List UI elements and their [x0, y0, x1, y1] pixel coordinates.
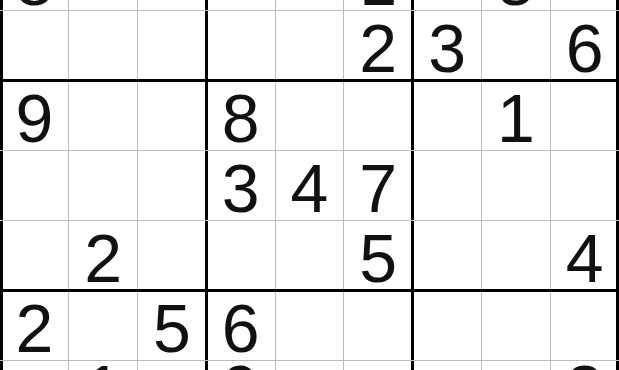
grid-line-vertical — [481, 0, 482, 370]
cell-r6c5[interactable] — [275, 220, 344, 290]
cell-r5c3[interactable] — [138, 150, 207, 220]
cell-r7c2[interactable] — [69, 290, 138, 360]
digit-r5c4: 3 — [206, 153, 275, 223]
cell-r7c1[interactable]: 2 — [0, 290, 69, 360]
cell-r5c4[interactable]: 3 — [206, 150, 275, 220]
grid-line-vertical — [137, 0, 138, 370]
digit-r6c2: 2 — [69, 223, 138, 293]
grid-line-vertical-thick — [0, 0, 3, 370]
grid-line-horizontal — [0, 360, 619, 361]
cell-r4c8[interactable]: 1 — [481, 80, 550, 150]
cell-r4c7[interactable] — [413, 80, 482, 150]
grid-line-vertical — [550, 0, 551, 370]
digit-r4c8: 1 — [481, 83, 550, 153]
cell-r2c7[interactable] — [413, 0, 482, 10]
cell-r6c3[interactable] — [138, 220, 207, 290]
cell-r7c6[interactable] — [344, 290, 413, 360]
cell-r3c6[interactable]: 2 — [344, 10, 413, 80]
cell-r7c5[interactable] — [275, 290, 344, 360]
cell-r3c2[interactable] — [69, 10, 138, 80]
cell-r8c8[interactable] — [481, 360, 550, 370]
cell-r8c2[interactable]: 1 — [69, 360, 138, 370]
cell-r5c8[interactable] — [481, 150, 550, 220]
digit-r4c4: 8 — [206, 83, 275, 153]
cell-r6c8[interactable] — [481, 220, 550, 290]
grid-line-vertical — [68, 0, 69, 370]
grid-line-vertical — [343, 0, 344, 370]
cell-r5c1[interactable] — [0, 150, 69, 220]
grid-line-vertical-thick — [411, 0, 414, 370]
sudoku-board: 815236981347254256193 — [0, 0, 619, 370]
grid-line-vertical — [275, 0, 276, 370]
grid-line-horizontal-thick — [0, 79, 619, 82]
digit-r3c9: 6 — [550, 13, 619, 83]
grid-line-horizontal — [0, 220, 619, 221]
cell-r3c1[interactable] — [0, 10, 69, 80]
cell-r3c5[interactable] — [275, 10, 344, 80]
cell-r8c1[interactable] — [0, 360, 69, 370]
cell-r4c4[interactable]: 8 — [206, 80, 275, 150]
cell-r8c7[interactable] — [413, 360, 482, 370]
cell-r8c5[interactable] — [275, 360, 344, 370]
cell-r4c3[interactable] — [138, 80, 207, 150]
cell-r7c8[interactable] — [481, 290, 550, 360]
cell-r5c7[interactable] — [413, 150, 482, 220]
cell-r4c9[interactable] — [550, 80, 619, 150]
cell-r2c3[interactable] — [138, 0, 207, 10]
cell-r3c9[interactable]: 6 — [550, 10, 619, 80]
cell-r2c1[interactable]: 8 — [0, 0, 69, 10]
cell-r2c4[interactable] — [206, 0, 275, 10]
digit-r5c5: 4 — [275, 153, 344, 223]
cell-r6c7[interactable] — [413, 220, 482, 290]
cell-r8c4[interactable]: 9 — [206, 360, 275, 370]
cell-r2c2[interactable] — [69, 0, 138, 10]
grid-line-horizontal-thick — [0, 289, 619, 292]
cell-r2c6[interactable]: 1 — [344, 0, 413, 10]
cell-r4c1[interactable]: 9 — [0, 80, 69, 150]
cell-r7c9[interactable] — [550, 290, 619, 360]
cell-r7c4[interactable]: 6 — [206, 290, 275, 360]
cell-r2c8[interactable]: 5 — [481, 0, 550, 10]
cell-r5c5[interactable]: 4 — [275, 150, 344, 220]
sudoku-screenshot: 815236981347254256193 — [0, 0, 619, 370]
grid-line-vertical-thick — [205, 0, 208, 370]
digit-r5c6: 7 — [344, 153, 413, 223]
cell-r4c2[interactable] — [69, 80, 138, 150]
cell-r8c3[interactable] — [138, 360, 207, 370]
digit-r7c3: 5 — [138, 293, 207, 363]
cell-r5c2[interactable] — [69, 150, 138, 220]
cell-r6c4[interactable] — [206, 220, 275, 290]
cell-r5c9[interactable] — [550, 150, 619, 220]
cell-r3c8[interactable] — [481, 10, 550, 80]
cell-r6c1[interactable] — [0, 220, 69, 290]
cell-r4c5[interactable] — [275, 80, 344, 150]
cell-r4c6[interactable] — [344, 80, 413, 150]
cell-r6c6[interactable]: 5 — [344, 220, 413, 290]
digit-r7c1: 2 — [0, 293, 69, 363]
cell-r3c7[interactable]: 3 — [413, 10, 482, 80]
cell-r7c7[interactable] — [413, 290, 482, 360]
cell-r7c3[interactable]: 5 — [138, 290, 207, 360]
cell-r3c4[interactable] — [206, 10, 275, 80]
cell-r3c3[interactable] — [138, 10, 207, 80]
grid-line-horizontal — [0, 150, 619, 151]
digit-r7c4: 6 — [206, 293, 275, 363]
cell-r5c6[interactable]: 7 — [344, 150, 413, 220]
digit-r3c7: 3 — [413, 13, 482, 83]
grid-line-horizontal — [0, 10, 619, 11]
cell-r8c6[interactable] — [344, 360, 413, 370]
cell-r6c9[interactable]: 4 — [550, 220, 619, 290]
digit-r3c6: 2 — [344, 13, 413, 83]
digit-r6c6: 5 — [344, 223, 413, 293]
cell-r6c2[interactable]: 2 — [69, 220, 138, 290]
cell-r2c5[interactable] — [275, 0, 344, 10]
cell-r2c9[interactable] — [550, 0, 619, 10]
digit-r4c1: 9 — [0, 83, 69, 153]
digit-r6c9: 4 — [550, 223, 619, 293]
cell-r8c9[interactable]: 3 — [550, 360, 619, 370]
